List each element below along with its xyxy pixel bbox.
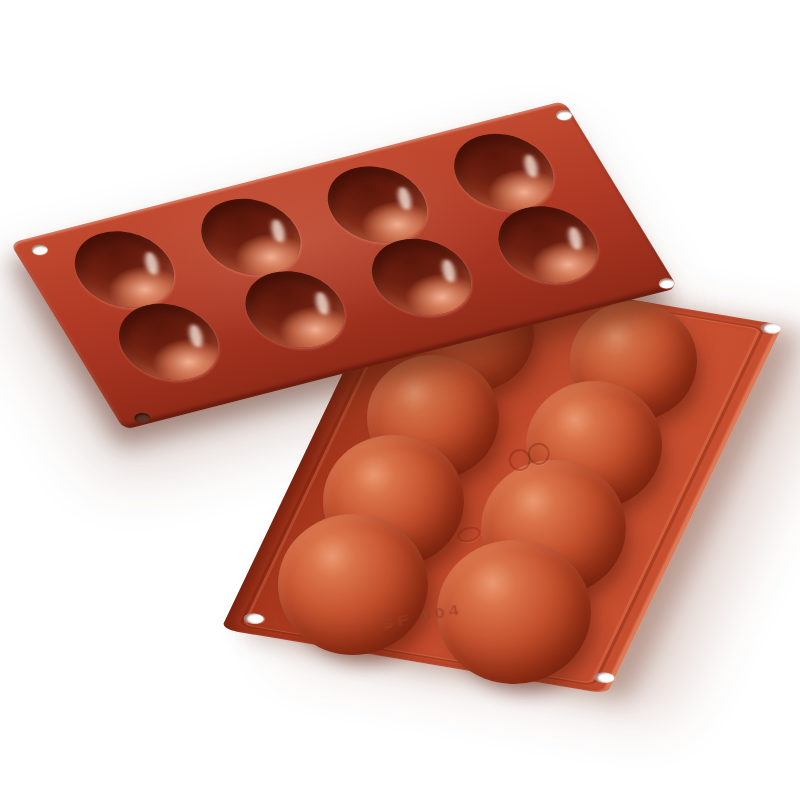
corner-hole <box>132 411 152 424</box>
corner-hole <box>242 612 266 625</box>
cavity <box>228 261 361 357</box>
corner-hole <box>554 109 574 122</box>
cavity <box>437 124 570 220</box>
cavity <box>481 197 614 293</box>
cavity <box>58 222 191 318</box>
cavity <box>355 229 488 325</box>
cavity <box>311 157 444 253</box>
corner-hole <box>759 322 783 335</box>
cavity <box>102 294 235 390</box>
cavity <box>184 189 317 285</box>
product-photo-scene: SF 004 <box>0 0 800 800</box>
corner-hole <box>656 277 676 290</box>
corner-hole <box>30 243 50 256</box>
corner-hole <box>592 671 616 684</box>
